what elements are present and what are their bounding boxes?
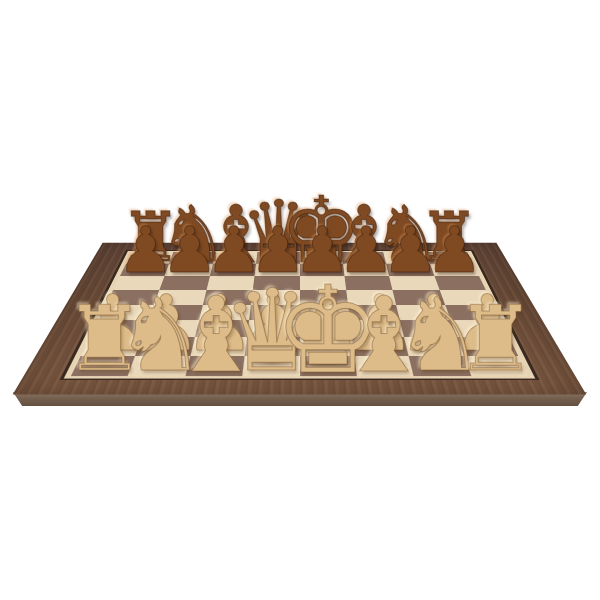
square-d6 — [253, 276, 300, 290]
chess-board — [13, 243, 587, 395]
square-f6 — [344, 276, 392, 290]
square-f4 — [348, 305, 400, 321]
square-e6 — [300, 276, 347, 290]
square-c5 — [203, 290, 253, 305]
square-h5 — [439, 290, 493, 305]
square-c6 — [206, 276, 254, 290]
square-g6 — [389, 276, 439, 290]
square-e3 — [300, 320, 352, 337]
board-grid — [71, 252, 528, 376]
square-c2 — [190, 337, 247, 356]
board-inlay-border — [60, 250, 540, 380]
square-c8 — [213, 252, 258, 264]
square-a6 — [113, 276, 165, 290]
square-f7 — [343, 264, 389, 277]
square-d5 — [251, 290, 299, 305]
chess-set-photo: ♜♞♝♛♚♝♞♜♟♟♟♟♟♟♟♟♟♟♟♟♟♟♟♟♜♞♝♛♚♝♞♜ — [0, 0, 600, 600]
square-e2 — [300, 337, 355, 356]
square-b6 — [160, 276, 210, 290]
square-e7 — [300, 264, 345, 277]
square-b8 — [169, 252, 215, 264]
square-b4 — [149, 305, 203, 321]
square-g1 — [409, 356, 471, 376]
square-b3 — [142, 320, 199, 337]
square-b2 — [135, 337, 194, 356]
square-h2 — [457, 337, 519, 356]
square-f3 — [350, 320, 405, 337]
square-g5 — [393, 290, 445, 305]
square-a5 — [106, 290, 160, 305]
square-f8 — [341, 252, 386, 264]
square-h7 — [430, 264, 480, 277]
square-b1 — [128, 356, 190, 376]
square-g8 — [383, 252, 429, 264]
square-e4 — [300, 305, 350, 321]
square-h3 — [450, 320, 509, 337]
square-d8 — [256, 252, 299, 264]
square-b5 — [154, 290, 206, 305]
square-g4 — [396, 305, 450, 321]
square-a4 — [98, 305, 154, 321]
square-e1 — [300, 356, 357, 376]
square-a1 — [71, 356, 136, 376]
square-c3 — [195, 320, 250, 337]
square-d1 — [242, 356, 299, 376]
square-d4 — [249, 305, 299, 321]
square-a3 — [90, 320, 149, 337]
square-a8 — [126, 252, 174, 264]
square-f2 — [352, 337, 409, 356]
square-d3 — [247, 320, 299, 337]
board-walnut-frame — [13, 243, 587, 395]
square-g2 — [404, 337, 463, 356]
square-h8 — [425, 252, 473, 264]
square-f5 — [346, 290, 396, 305]
square-c1 — [185, 356, 245, 376]
square-h6 — [434, 276, 486, 290]
square-h1 — [464, 356, 529, 376]
square-d2 — [245, 337, 300, 356]
square-a2 — [81, 337, 143, 356]
square-f1 — [354, 356, 414, 376]
square-h4 — [445, 305, 501, 321]
square-g7 — [386, 264, 434, 277]
square-e8 — [300, 252, 343, 264]
square-e5 — [300, 290, 348, 305]
square-g3 — [400, 320, 457, 337]
square-c4 — [199, 305, 251, 321]
square-c7 — [210, 264, 256, 277]
square-d7 — [255, 264, 300, 277]
square-a7 — [120, 264, 170, 277]
square-b7 — [165, 264, 213, 277]
